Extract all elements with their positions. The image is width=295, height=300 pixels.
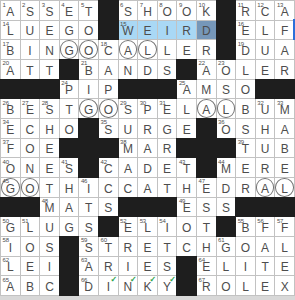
letter: N [119, 60, 138, 79]
letter: T [60, 99, 79, 118]
cell-r9c7[interactable]: A [119, 158, 138, 177]
letter: D [79, 276, 98, 295]
cell-r3c1[interactable]: 17B [1, 40, 20, 59]
letter: E [236, 21, 255, 40]
cell-r4c15[interactable]: R [275, 60, 294, 79]
cell-r15c13[interactable]: L [236, 276, 255, 295]
letter: E [197, 257, 216, 276]
letter: R [158, 139, 177, 158]
cell-r2c4[interactable]: G [60, 21, 79, 40]
letter: E [40, 21, 59, 40]
black-cell [21, 198, 40, 217]
cell-r2c9[interactable]: I [158, 21, 177, 40]
cell-r12c4[interactable]: G [60, 217, 79, 236]
letter: M [275, 99, 294, 118]
cell-r15c15[interactable]: X [275, 276, 294, 295]
letter: O [158, 1, 177, 20]
letter: U [256, 99, 275, 118]
crossword-grid[interactable]: 1A2S3S4E5T6S7H8O9O10K11R12C13A14LUEGO15W… [0, 0, 295, 296]
cell-r8c13[interactable]: 39T [236, 139, 255, 158]
letter: F [256, 217, 275, 236]
letter: E [275, 158, 294, 177]
cell-r7c6[interactable]: 35S [99, 119, 118, 138]
cell-r11c3[interactable]: 48M [40, 198, 59, 217]
letter: O [79, 21, 98, 40]
cell-r7c4[interactable]: O [60, 119, 79, 138]
letter: S [40, 237, 59, 256]
letter: I [79, 80, 98, 99]
cell-r1c1[interactable]: 1A [1, 1, 20, 20]
cell-r1c3[interactable]: 3S [40, 1, 59, 20]
cell-r10c10[interactable]: H [177, 178, 196, 197]
cell-r6c4[interactable]: T [60, 99, 79, 118]
letter: E [40, 139, 59, 158]
cell-r9c2[interactable]: N [21, 158, 40, 177]
cell-r15c11[interactable]: 67R [197, 276, 216, 295]
cell-r7c9[interactable]: G [158, 119, 177, 138]
cell-r1c11[interactable]: 10K [197, 1, 216, 20]
cell-r6c8[interactable]: 30P [138, 99, 157, 118]
cell-r15c9[interactable]: Y✓ [158, 276, 177, 295]
letter: B [79, 60, 98, 79]
cell-r12c7[interactable]: 52E [119, 217, 138, 236]
cell-r7c3[interactable]: H [40, 119, 59, 138]
cell-r4c9[interactable]: S [158, 60, 177, 79]
cell-r6c5[interactable]: G [79, 99, 98, 118]
cell-r9c6[interactable]: 42C [99, 158, 118, 177]
letter: C [40, 276, 59, 295]
letter: B [1, 40, 20, 59]
cell-r7c2[interactable]: C [21, 119, 40, 138]
cell-r11c11[interactable]: S [197, 198, 216, 217]
cell-r1c15[interactable]: 13A [275, 1, 294, 20]
cell-r2c7[interactable]: 15W [119, 21, 138, 40]
cell-r6c1[interactable]: 26B [1, 99, 20, 118]
letter: C [99, 178, 118, 197]
letter: U [21, 21, 40, 40]
black-cell [275, 198, 294, 217]
letter: L [256, 21, 275, 40]
letter: I [21, 40, 40, 59]
cell-r6c7[interactable]: 29S [119, 99, 138, 118]
cell-r15c2[interactable]: B [21, 276, 40, 295]
cell-r15c8[interactable]: K✓ [138, 276, 157, 295]
cell-r7c10[interactable]: E [177, 119, 196, 138]
letter: C [119, 178, 138, 197]
cell-r3c6[interactable]: 18C [99, 40, 118, 59]
active-clue-highlight-sliver [293, 19, 295, 40]
cell-r12c1[interactable]: 50G [1, 217, 20, 236]
letter: A [119, 158, 138, 177]
cell-r13c1[interactable]: 58I [1, 237, 20, 256]
bottom-strip [0, 296, 295, 300]
letter: B [1, 99, 20, 118]
cell-r1c14[interactable]: 12C [256, 1, 275, 20]
letter: D [197, 21, 216, 40]
letter: T [236, 139, 255, 158]
letter: T [79, 198, 98, 217]
cell-r15c12[interactable]: O [217, 276, 236, 295]
cell-r10c4[interactable]: H [60, 178, 79, 197]
cell-r15c14[interactable]: E [256, 276, 275, 295]
cell-r14c1[interactable]: 62L [1, 257, 20, 276]
cell-r2c3[interactable]: E [40, 21, 59, 40]
black-cell [138, 80, 157, 99]
letter: B [236, 99, 255, 118]
cell-r10c8[interactable]: A [138, 178, 157, 197]
letter: S [99, 198, 118, 217]
cell-r10c2[interactable]: O [21, 178, 40, 197]
letter: H [40, 119, 59, 138]
letter: C [99, 40, 118, 59]
cell-r13c2[interactable]: O [21, 237, 40, 256]
cell-r6c14[interactable]: 32U [256, 99, 275, 118]
letter: A [1, 60, 20, 79]
cell-r2c11[interactable]: D [197, 21, 216, 40]
letter: E [138, 237, 157, 256]
letter: S [40, 99, 59, 118]
cell-r8c2[interactable]: O [21, 139, 40, 158]
letter: C [21, 119, 40, 138]
letter: O [1, 158, 20, 177]
letter: C [99, 158, 118, 177]
letter: I [1, 237, 20, 256]
cell-r8c15[interactable]: B [275, 139, 294, 158]
cell-r5c11[interactable]: M [197, 80, 216, 99]
letter: R [236, 1, 255, 20]
cell-r3c5[interactable]: O [79, 40, 98, 59]
cell-r2c14[interactable]: L [256, 21, 275, 40]
cell-r5c4[interactable]: 24P [60, 80, 79, 99]
cell-r2c8[interactable]: E [138, 21, 157, 40]
cell-r1c8[interactable]: 7H [138, 1, 157, 20]
letter: O [21, 178, 40, 197]
cell-r4c7[interactable]: N [119, 60, 138, 79]
cell-r5c12[interactable]: S [217, 80, 236, 99]
cell-r3c15[interactable]: A [275, 40, 294, 59]
letter: I [119, 257, 138, 276]
black-cell [217, 217, 236, 236]
cell-r9c10[interactable]: 43T [177, 158, 196, 177]
cell-r2c13[interactable]: 16E [236, 21, 255, 40]
cell-r6c12[interactable]: L [217, 99, 236, 118]
letter: T [177, 158, 196, 177]
letter: S [197, 198, 216, 217]
letter: A [275, 1, 294, 20]
cell-r7c15[interactable]: A [275, 119, 294, 138]
cell-r12c3[interactable]: U [40, 217, 59, 236]
cell-r14c5[interactable]: 63A [79, 257, 98, 276]
cell-r1c10[interactable]: 9O [177, 1, 196, 20]
letter: T [197, 217, 216, 236]
cell-r7c7[interactable]: U [119, 119, 138, 138]
black-cell [21, 80, 40, 99]
cell-r7c8[interactable]: R [138, 119, 157, 138]
cell-r1c9[interactable]: 8O [158, 1, 177, 20]
letter: H [177, 178, 196, 197]
cell-r12c14[interactable]: 56F [256, 217, 275, 236]
cell-r2c2[interactable]: U [21, 21, 40, 40]
cell-r6c6[interactable]: O [99, 99, 118, 118]
letter: E [158, 99, 177, 118]
cell-r12c8[interactable]: 53L [138, 217, 157, 236]
letter: O [21, 237, 40, 256]
letter: S [236, 119, 255, 138]
letter: T [21, 60, 40, 79]
cell-r10c1[interactable]: 45G [1, 178, 20, 197]
letter: D [138, 60, 157, 79]
cell-r6c2[interactable]: 27E [21, 99, 40, 118]
cell-r11c12[interactable]: S [217, 198, 236, 217]
cell-r4c13[interactable]: L [236, 60, 255, 79]
cell-r6c9[interactable]: 31E [158, 99, 177, 118]
cell-r13c11[interactable]: H [197, 237, 216, 256]
cell-r9c9[interactable]: E [158, 158, 177, 177]
cell-r15c3[interactable]: C [40, 276, 59, 295]
black-cell [177, 276, 196, 295]
cell-r3c3[interactable]: N [40, 40, 59, 59]
cell-r6c10[interactable]: L [177, 99, 196, 118]
letter: E [138, 21, 157, 40]
cell-r8c1[interactable]: 37F [1, 139, 20, 158]
cell-r12c2[interactable]: 51L [21, 217, 40, 236]
cell-r3c10[interactable]: E [177, 40, 196, 59]
black-cell [99, 217, 118, 236]
letter: S [79, 237, 98, 256]
cell-r3c14[interactable]: U [256, 40, 275, 59]
cell-r9c3[interactable]: E [40, 158, 59, 177]
letter: E [119, 217, 138, 236]
cell-r10c6[interactable]: C [99, 178, 118, 197]
cell-r14c11[interactable]: 64E [197, 257, 216, 276]
cell-r4c11[interactable]: 22A [197, 60, 216, 79]
cell-r1c7[interactable]: 6S [119, 1, 138, 20]
cell-r10c7[interactable]: C [119, 178, 138, 197]
cell-r9c15[interactable]: E [275, 158, 294, 177]
cell-r15c7[interactable]: N✓ [119, 276, 138, 295]
cell-r6c15[interactable]: 33M [275, 99, 294, 118]
cell-r1c4[interactable]: 4E [60, 1, 79, 20]
cell-r13c12[interactable]: 61G [217, 237, 236, 256]
cell-r12c13[interactable]: 55B [236, 217, 255, 236]
cell-r5c13[interactable]: O [236, 80, 255, 99]
cell-r7c1[interactable]: 34E [1, 119, 20, 138]
cell-r13c9[interactable]: T [158, 237, 177, 256]
cell-r14c15[interactable]: E [275, 257, 294, 276]
cell-r12c11[interactable]: T [197, 217, 216, 236]
cell-r15c6[interactable]: I✓ [99, 276, 118, 295]
letter: O [177, 1, 196, 20]
cell-r5c6[interactable]: P [99, 80, 118, 99]
letter: G [158, 119, 177, 138]
letter: B [21, 276, 40, 295]
black-cell [217, 139, 236, 158]
cell-r10c12[interactable]: D [217, 178, 236, 197]
cell-r13c10[interactable]: C [177, 237, 196, 256]
cell-r9c4[interactable]: 41S [60, 158, 79, 177]
cell-r14c3[interactable]: I [40, 257, 59, 276]
cell-r13c15[interactable]: L [275, 237, 294, 256]
letter: L [275, 178, 294, 197]
black-cell [1, 198, 20, 217]
cell-r14c6[interactable]: R [99, 257, 118, 276]
cell-r13c14[interactable]: A [256, 237, 275, 256]
cell-r9c13[interactable]: E [236, 158, 255, 177]
cell-r4c2[interactable]: T [21, 60, 40, 79]
letter: O [177, 217, 196, 236]
cell-r4c12[interactable]: 23O [217, 60, 236, 79]
cell-r9c12[interactable]: 44M [217, 158, 236, 177]
letter: M [217, 158, 236, 177]
black-cell [99, 1, 118, 20]
letter: P [99, 80, 118, 99]
cell-r14c2[interactable]: E [21, 257, 40, 276]
black-cell [217, 21, 236, 40]
letter: I [158, 217, 177, 236]
cell-r3c9[interactable]: L [158, 40, 177, 59]
black-cell [158, 198, 177, 217]
cell-r1c13[interactable]: 11R [236, 1, 255, 20]
letter: M [40, 198, 59, 217]
letter: N [40, 40, 59, 59]
black-cell [119, 80, 138, 99]
cell-r1c2[interactable]: 2S [21, 1, 40, 20]
cell-r13c3[interactable]: S [40, 237, 59, 256]
cell-r15c5[interactable]: 66D [79, 276, 98, 295]
cell-r3c4[interactable]: G [60, 40, 79, 59]
letter: A [275, 119, 294, 138]
cell-r2c5[interactable]: O [79, 21, 98, 40]
cell-r14c8[interactable]: E [138, 257, 157, 276]
cell-r8c8[interactable]: A [138, 139, 157, 158]
cell-r14c13[interactable]: I [236, 257, 255, 276]
cell-r11c5[interactable]: T [79, 198, 98, 217]
letter: A [197, 60, 216, 79]
letter: E [177, 198, 196, 217]
cell-r3c7[interactable]: A [119, 40, 138, 59]
cell-r14c9[interactable]: S [158, 257, 177, 276]
cell-r4c14[interactable]: E [256, 60, 275, 79]
cell-r4c6[interactable]: A [99, 60, 118, 79]
black-cell [1, 80, 20, 99]
cell-r4c5[interactable]: 21B [79, 60, 98, 79]
cell-r4c1[interactable]: 20A [1, 60, 20, 79]
black-cell [177, 139, 196, 158]
cell-r9c14[interactable]: R [256, 158, 275, 177]
cell-r14c12[interactable]: L [217, 257, 236, 276]
cell-r10c3[interactable]: T [40, 178, 59, 197]
letter: A [138, 139, 157, 158]
cell-r2c10[interactable]: R [177, 21, 196, 40]
letter: T [40, 60, 59, 79]
letter: E [158, 158, 177, 177]
black-cell [256, 198, 275, 217]
letter: R [138, 119, 157, 138]
cell-r13c8[interactable]: E [138, 237, 157, 256]
letter: S [158, 257, 177, 276]
cell-r5c5[interactable]: I [79, 80, 98, 99]
cell-r3c2[interactable]: I [21, 40, 40, 59]
letter: S [217, 198, 236, 217]
cell-r5c10[interactable]: 25A [177, 80, 196, 99]
letter: E [40, 158, 59, 177]
cell-r12c15[interactable]: 57F [275, 217, 294, 236]
black-cell [197, 139, 216, 158]
cell-r12c9[interactable]: 54I [158, 217, 177, 236]
cell-r2c1[interactable]: 14L [1, 21, 20, 40]
letter: A [138, 178, 157, 197]
cell-r14c14[interactable]: T [256, 257, 275, 276]
cell-r3c13[interactable]: 19D [236, 40, 255, 59]
cell-r1c5[interactable]: 5T [79, 1, 98, 20]
cell-r11c6[interactable]: S [99, 198, 118, 217]
cell-r10c5[interactable]: 46I [79, 178, 98, 197]
letter: L [217, 99, 236, 118]
cell-r11c4[interactable]: A [60, 198, 79, 217]
letter: S [158, 60, 177, 79]
cell-r12c5[interactable]: S [79, 217, 98, 236]
letter: O [217, 60, 236, 79]
cell-r13c5[interactable]: 59S [79, 237, 98, 256]
black-cell [177, 60, 196, 79]
cell-r3c11[interactable]: R [197, 40, 216, 59]
cell-r8c9[interactable]: R [158, 139, 177, 158]
cell-r15c1[interactable]: 65A [1, 276, 20, 295]
black-cell [60, 276, 79, 295]
black-cell [40, 80, 59, 99]
cell-r2c15[interactable]: F [275, 21, 294, 40]
letter: O [60, 119, 79, 138]
cell-r7c14[interactable]: H [256, 119, 275, 138]
letter: O [217, 119, 236, 138]
cell-r8c14[interactable]: U [256, 139, 275, 158]
cell-r10c15[interactable]: L [275, 178, 294, 197]
cell-r10c14[interactable]: A [256, 178, 275, 197]
letter: E [1, 119, 20, 138]
cell-r13c6[interactable]: 60T [99, 237, 118, 256]
cell-r10c13[interactable]: R [236, 178, 255, 197]
cell-r12c10[interactable]: O [177, 217, 196, 236]
cell-r6c3[interactable]: 28S [40, 99, 59, 118]
cell-r6c13[interactable]: B [236, 99, 255, 118]
cell-r4c3[interactable]: T [40, 60, 59, 79]
letter: E [236, 158, 255, 177]
cell-r14c7[interactable]: I [119, 257, 138, 276]
cell-r13c13[interactable]: O [236, 237, 255, 256]
cell-r3c8[interactable]: L [138, 40, 157, 59]
cell-r11c10[interactable]: 49E [177, 198, 196, 217]
cell-r7c12[interactable]: 36O [217, 119, 236, 138]
cell-r10c9[interactable]: T [158, 178, 177, 197]
cell-r4c8[interactable]: D [138, 60, 157, 79]
cell-r7c13[interactable]: S [236, 119, 255, 138]
black-cell [119, 198, 138, 217]
cell-r6c11[interactable]: A [197, 99, 216, 118]
letter: Y [158, 276, 177, 295]
cell-r8c7[interactable]: 38M [119, 139, 138, 158]
black-cell [197, 119, 216, 138]
cell-r8c3[interactable]: E [40, 139, 59, 158]
cell-r9c8[interactable]: D [138, 158, 157, 177]
letter: R [197, 276, 216, 295]
letter: T [99, 237, 118, 256]
cell-r9c1[interactable]: 40O [1, 158, 20, 177]
letter: I [79, 178, 98, 197]
cell-r10c11[interactable]: 47E [197, 178, 216, 197]
black-cell [217, 40, 236, 59]
letter: L [138, 40, 157, 59]
cell-r13c7[interactable]: R [119, 237, 138, 256]
